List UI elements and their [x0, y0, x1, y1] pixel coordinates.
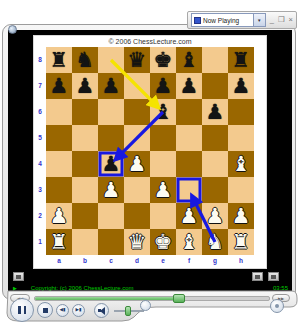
video-menu-button[interactable] [252, 272, 263, 281]
square-g2: ♟ [202, 203, 228, 229]
next-button[interactable]: ▶▮ [72, 304, 85, 317]
video-size-button[interactable] [268, 272, 279, 281]
piece-bP-f7: ♟ [180, 73, 199, 99]
chevron-down-icon[interactable]: ▼ [253, 14, 265, 26]
square-g3 [202, 177, 228, 203]
square-d2 [124, 203, 150, 229]
file-label-b: b [72, 255, 98, 267]
settings-knob-dot [275, 304, 279, 308]
square-f5 [176, 125, 202, 151]
volume-slider[interactable] [114, 310, 144, 312]
square-c1 [98, 229, 124, 255]
square-e2 [150, 203, 176, 229]
square-f1: ♝ [176, 229, 202, 255]
square-b3 [72, 177, 98, 203]
file-label-c: c [98, 255, 124, 267]
square-f4 [176, 151, 202, 177]
stop-button[interactable] [37, 302, 53, 318]
file-label-h: h [228, 255, 254, 267]
view-selector-combo[interactable]: Now Playing ▼ [191, 13, 266, 27]
rank-labels: 87654321 [34, 47, 46, 255]
square-h4: ♝ [228, 151, 254, 177]
skin-anchor-knob[interactable] [8, 25, 17, 34]
square-g8 [202, 47, 228, 73]
square-e8: ♚ [150, 47, 176, 73]
file-labels: abcdefgh [46, 255, 254, 267]
piece-bP-c4: ♟ [102, 151, 121, 177]
square-d8: ♛ [124, 47, 150, 73]
square-c4: ♟ [98, 151, 124, 177]
square-h7: ♟ [228, 73, 254, 99]
file-label-d: d [124, 255, 150, 267]
piece-bP-b7: ♟ [76, 73, 95, 99]
square-g1: ♞ [202, 229, 228, 255]
seek-progress [35, 297, 180, 300]
pause-button[interactable] [10, 298, 34, 322]
piece-wP-d4: ♟ [128, 151, 147, 177]
piece-wP-g2: ♟ [206, 203, 225, 229]
square-c2 [98, 203, 124, 229]
close-button[interactable]: × [289, 16, 293, 24]
piece-wB-f1: ♝ [180, 229, 199, 255]
square-b2 [72, 203, 98, 229]
seek-thumb[interactable] [173, 294, 185, 303]
volume-thumb[interactable] [125, 306, 131, 316]
next-icon: ▶▮ [76, 308, 82, 313]
square-d5 [124, 125, 150, 151]
square-g7 [202, 73, 228, 99]
piece-wP-f2: ♟ [180, 203, 199, 229]
maximize-button[interactable]: ❐ [278, 16, 285, 24]
piece-wN-g1: ♞ [206, 229, 225, 255]
mode-toggle-button[interactable] [140, 300, 151, 311]
square-a3 [46, 177, 72, 203]
video-left-icon [16, 275, 21, 279]
piece-wP-e3: ♟ [154, 177, 173, 203]
piece-wR-h1: ♜ [232, 229, 251, 255]
square-d6 [124, 99, 150, 125]
piece-bP-h7: ♟ [232, 73, 251, 99]
square-a1: ♜ [46, 229, 72, 255]
piece-wR-a1: ♜ [50, 229, 69, 255]
square-a2: ♟ [46, 203, 72, 229]
video-size-icon [271, 275, 276, 279]
rank-label-1: 1 [34, 229, 46, 255]
piece-bP-g6: ♟ [206, 99, 225, 125]
file-label-a: a [46, 255, 72, 267]
square-d1: ♛ [124, 229, 150, 255]
video-left-button[interactable] [13, 272, 24, 281]
square-f2: ♟ [176, 203, 202, 229]
piece-wB-h4: ♝ [232, 151, 251, 177]
square-b8: ♞ [72, 47, 98, 73]
square-b1 [72, 229, 98, 255]
square-f8: ♝ [176, 47, 202, 73]
square-g6: ♟ [202, 99, 228, 125]
rank-label-2: 2 [34, 203, 46, 229]
file-label-f: f [176, 255, 202, 267]
now-playing-icon [194, 17, 201, 24]
rank-label-6: 6 [34, 99, 46, 125]
video-area[interactable]: © 2006 ChessLecture.com 87654321 ♜♞♛♚♝♜♟… [8, 30, 292, 293]
square-a7: ♟ [46, 73, 72, 99]
rank-label-5: 5 [34, 125, 46, 151]
rank-label-4: 4 [34, 151, 46, 177]
speaker-icon [98, 307, 106, 315]
square-b5 [72, 125, 98, 151]
square-a4 [46, 151, 72, 177]
square-e7: ♟ [150, 73, 176, 99]
square-d3 [124, 177, 150, 203]
piece-bP-a7: ♟ [50, 73, 69, 99]
piece-bN-b8: ♞ [76, 47, 95, 73]
piece-wP-c3: ♟ [102, 177, 121, 203]
square-c3: ♟ [98, 177, 124, 203]
chess-board-diagram: © 2006 ChessLecture.com 87654321 ♜♞♛♚♝♜♟… [33, 35, 267, 269]
settings-knob[interactable] [270, 299, 284, 313]
piece-wK-e1: ♚ [154, 229, 173, 255]
view-selector-panel: Now Playing ▼ _ ❐ × [187, 11, 297, 29]
square-h6 [228, 99, 254, 125]
rank-label-7: 7 [34, 73, 46, 99]
piece-wP-h2: ♟ [232, 203, 251, 229]
square-f3 [176, 177, 202, 203]
square-f6 [176, 99, 202, 125]
square-e6: ♝ [150, 99, 176, 125]
media-player-window: Now Playing ▼ _ ❐ × © 2006 ChessLecture.… [0, 0, 300, 328]
square-d4: ♟ [124, 151, 150, 177]
piece-bK-e8: ♚ [154, 47, 173, 73]
mute-button[interactable] [94, 303, 109, 318]
square-g5 [202, 125, 228, 151]
square-f7: ♟ [176, 73, 202, 99]
piece-bR-h8: ♜ [232, 47, 251, 73]
square-e5 [150, 125, 176, 151]
square-g4 [202, 151, 228, 177]
piece-wP-a2: ♟ [50, 203, 69, 229]
rank-label-8: 8 [34, 47, 46, 73]
square-e3: ♟ [150, 177, 176, 203]
square-h5 [228, 125, 254, 151]
previous-button[interactable]: ◀▮ [56, 304, 69, 317]
piece-bQ-d8: ♛ [128, 47, 147, 73]
pause-icon [18, 306, 26, 314]
piece-bP-c7: ♟ [102, 73, 121, 99]
stop-icon [43, 308, 48, 313]
square-c5 [98, 125, 124, 151]
piece-bB-f8: ♝ [180, 47, 199, 73]
view-selector-label: Now Playing [203, 17, 253, 24]
piece-bP-e7: ♟ [154, 73, 173, 99]
minimize-button[interactable]: _ [270, 16, 274, 24]
video-menu-icon [255, 275, 260, 279]
piece-bB-e6: ♝ [154, 99, 173, 125]
file-label-g: g [202, 255, 228, 267]
piece-wQ-d1: ♛ [128, 229, 147, 255]
video-title: © 2006 ChessLecture.com [34, 36, 266, 47]
file-label-e: e [150, 255, 176, 267]
square-b7: ♟ [72, 73, 98, 99]
square-b6 [72, 99, 98, 125]
square-e1: ♚ [150, 229, 176, 255]
square-c7: ♟ [98, 73, 124, 99]
square-a6 [46, 99, 72, 125]
square-c8 [98, 47, 124, 73]
board-grid: ♜♞♛♚♝♜♟♟♟♟♟♟♝♟♟♟♝♟♟♟♟♟♟♜♛♚♝♞♜ [46, 47, 254, 255]
previous-icon: ◀▮ [60, 308, 66, 313]
square-h8: ♜ [228, 47, 254, 73]
square-h2: ♟ [228, 203, 254, 229]
seek-bar[interactable] [34, 296, 270, 301]
square-a5 [46, 125, 72, 151]
square-c6 [98, 99, 124, 125]
square-e4 [150, 151, 176, 177]
square-d7 [124, 73, 150, 99]
square-a8: ♜ [46, 47, 72, 73]
piece-bR-a8: ♜ [50, 47, 69, 73]
square-h1: ♜ [228, 229, 254, 255]
rank-label-3: 3 [34, 177, 46, 203]
square-b4 [72, 151, 98, 177]
square-h3 [228, 177, 254, 203]
